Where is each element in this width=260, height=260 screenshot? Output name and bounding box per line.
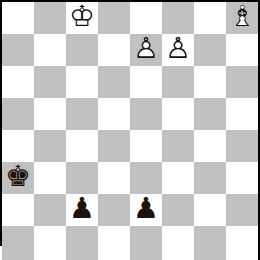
black-pawn-glyph: ♟ (133, 194, 159, 223)
square-c1[interactable] (66, 226, 98, 260)
black-pawn-piece[interactable]: ♟ (130, 194, 162, 226)
square-a6[interactable] (2, 66, 34, 98)
square-d3[interactable] (98, 162, 130, 194)
square-d2[interactable] (98, 194, 130, 226)
square-a2[interactable] (2, 194, 34, 226)
square-h7[interactable] (226, 34, 258, 66)
white-king-glyph: ♔ (69, 2, 95, 31)
square-e3[interactable] (130, 162, 162, 194)
square-f2[interactable] (162, 194, 194, 226)
white-bishop-piece[interactable]: ♝♗ (226, 2, 258, 34)
square-d6[interactable] (98, 66, 130, 98)
square-c4[interactable] (66, 130, 98, 162)
white-king-piece[interactable]: ♚♔ (66, 2, 98, 34)
square-a4[interactable] (2, 130, 34, 162)
square-b8[interactable] (34, 2, 66, 34)
square-a5[interactable] (2, 98, 34, 130)
square-b5[interactable] (34, 98, 66, 130)
square-c7[interactable] (66, 34, 98, 66)
black-pawn-piece[interactable]: ♟ (66, 194, 98, 226)
square-h1[interactable] (226, 226, 258, 260)
square-f8[interactable] (162, 2, 194, 34)
square-e7[interactable]: ♟♙ (130, 34, 162, 66)
square-h5[interactable] (226, 98, 258, 130)
square-e8[interactable] (130, 2, 162, 34)
square-b6[interactable] (34, 66, 66, 98)
square-b4[interactable] (34, 130, 66, 162)
white-pawn-piece[interactable]: ♟♙ (130, 34, 162, 66)
square-a7[interactable] (2, 34, 34, 66)
square-f1[interactable] (162, 226, 194, 260)
square-a3[interactable]: ♚ (2, 162, 34, 194)
square-e5[interactable] (130, 98, 162, 130)
square-f7[interactable]: ♟♙ (162, 34, 194, 66)
square-d5[interactable] (98, 98, 130, 130)
square-f5[interactable] (162, 98, 194, 130)
square-h2[interactable] (226, 194, 258, 226)
square-g3[interactable] (194, 162, 226, 194)
square-b3[interactable] (34, 162, 66, 194)
square-a8[interactable] (2, 2, 34, 34)
square-a1[interactable] (2, 226, 34, 260)
board-frame-left (0, 0, 2, 246)
white-pawn-glyph: ♙ (165, 34, 191, 63)
square-b7[interactable] (34, 34, 66, 66)
black-pawn-glyph: ♟ (69, 194, 95, 223)
board-frame-top (0, 0, 260, 2)
chess-diagram: ♚♔♝♗♟♙♟♙♚♟♟ (0, 0, 260, 260)
square-g8[interactable] (194, 2, 226, 34)
square-g1[interactable] (194, 226, 226, 260)
square-h6[interactable] (226, 66, 258, 98)
square-g7[interactable] (194, 34, 226, 66)
square-c2[interactable]: ♟ (66, 194, 98, 226)
square-f4[interactable] (162, 130, 194, 162)
square-g6[interactable] (194, 66, 226, 98)
square-g5[interactable] (194, 98, 226, 130)
square-d7[interactable] (98, 34, 130, 66)
square-h3[interactable] (226, 162, 258, 194)
square-f6[interactable] (162, 66, 194, 98)
square-e2[interactable]: ♟ (130, 194, 162, 226)
square-d8[interactable] (98, 2, 130, 34)
white-pawn-piece[interactable]: ♟♙ (162, 34, 194, 66)
board-frame-right (258, 0, 260, 260)
white-bishop-glyph: ♗ (229, 2, 255, 31)
white-pawn-glyph: ♙ (133, 34, 159, 63)
square-e4[interactable] (130, 130, 162, 162)
square-h4[interactable] (226, 130, 258, 162)
square-e6[interactable] (130, 66, 162, 98)
square-f3[interactable] (162, 162, 194, 194)
square-c5[interactable] (66, 98, 98, 130)
square-e1[interactable] (130, 226, 162, 260)
square-d4[interactable] (98, 130, 130, 162)
square-d1[interactable] (98, 226, 130, 260)
black-king-piece[interactable]: ♚ (2, 162, 34, 194)
square-c3[interactable] (66, 162, 98, 194)
square-g2[interactable] (194, 194, 226, 226)
square-b1[interactable] (34, 226, 66, 260)
square-c6[interactable] (66, 66, 98, 98)
square-c8[interactable]: ♚♔ (66, 2, 98, 34)
square-b2[interactable] (34, 194, 66, 226)
square-h8[interactable]: ♝♗ (226, 2, 258, 34)
black-king-glyph: ♚ (5, 162, 31, 191)
chessboard: ♚♔♝♗♟♙♟♙♚♟♟ (2, 2, 258, 260)
square-g4[interactable] (194, 130, 226, 162)
